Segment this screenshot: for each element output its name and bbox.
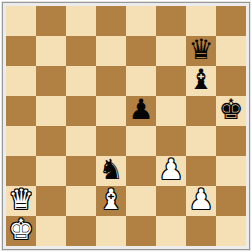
black-pawn[interactable]: ♟ bbox=[128, 96, 153, 125]
square-c5[interactable] bbox=[66, 96, 96, 126]
square-d3[interactable]: ♞ bbox=[96, 156, 126, 186]
square-d2[interactable]: ♝ bbox=[96, 186, 126, 216]
square-f1[interactable] bbox=[156, 216, 186, 246]
white-pawn[interactable]: ♟ bbox=[158, 156, 183, 185]
square-f2[interactable] bbox=[156, 186, 186, 216]
white-queen[interactable]: ♛ bbox=[8, 186, 33, 215]
square-f7[interactable] bbox=[156, 36, 186, 66]
square-g7[interactable]: ♛ bbox=[186, 36, 216, 66]
square-e1[interactable] bbox=[126, 216, 156, 246]
square-g4[interactable] bbox=[186, 126, 216, 156]
board-frame: ♛♝♟♚♞♟♛♝♟♚ bbox=[2, 2, 250, 250]
square-d1[interactable] bbox=[96, 216, 126, 246]
square-e5[interactable]: ♟ bbox=[126, 96, 156, 126]
square-h6[interactable] bbox=[216, 66, 246, 96]
square-h8[interactable] bbox=[216, 6, 246, 36]
square-a6[interactable] bbox=[6, 66, 36, 96]
black-knight[interactable]: ♞ bbox=[98, 156, 123, 185]
square-f5[interactable] bbox=[156, 96, 186, 126]
square-e8[interactable] bbox=[126, 6, 156, 36]
square-b5[interactable] bbox=[36, 96, 66, 126]
square-c3[interactable] bbox=[66, 156, 96, 186]
square-c2[interactable] bbox=[66, 186, 96, 216]
square-c6[interactable] bbox=[66, 66, 96, 96]
square-h4[interactable] bbox=[216, 126, 246, 156]
square-a4[interactable] bbox=[6, 126, 36, 156]
square-d6[interactable] bbox=[96, 66, 126, 96]
square-a5[interactable] bbox=[6, 96, 36, 126]
square-f8[interactable] bbox=[156, 6, 186, 36]
square-b1[interactable] bbox=[36, 216, 66, 246]
square-c8[interactable] bbox=[66, 6, 96, 36]
square-e2[interactable] bbox=[126, 186, 156, 216]
square-c1[interactable] bbox=[66, 216, 96, 246]
square-g2[interactable]: ♟ bbox=[186, 186, 216, 216]
square-c7[interactable] bbox=[66, 36, 96, 66]
black-queen[interactable]: ♛ bbox=[188, 36, 213, 65]
square-g8[interactable] bbox=[186, 6, 216, 36]
square-g5[interactable] bbox=[186, 96, 216, 126]
square-b8[interactable] bbox=[36, 6, 66, 36]
square-e7[interactable] bbox=[126, 36, 156, 66]
white-king[interactable]: ♚ bbox=[8, 216, 33, 245]
square-b7[interactable] bbox=[36, 36, 66, 66]
square-d8[interactable] bbox=[96, 6, 126, 36]
square-h3[interactable] bbox=[216, 156, 246, 186]
square-e3[interactable] bbox=[126, 156, 156, 186]
white-bishop[interactable]: ♝ bbox=[98, 186, 123, 215]
square-h2[interactable] bbox=[216, 186, 246, 216]
square-a2[interactable]: ♛ bbox=[6, 186, 36, 216]
square-b2[interactable] bbox=[36, 186, 66, 216]
black-king[interactable]: ♚ bbox=[218, 96, 243, 125]
square-d5[interactable] bbox=[96, 96, 126, 126]
square-g6[interactable]: ♝ bbox=[186, 66, 216, 96]
square-g3[interactable] bbox=[186, 156, 216, 186]
square-b3[interactable] bbox=[36, 156, 66, 186]
square-e6[interactable] bbox=[126, 66, 156, 96]
square-f6[interactable] bbox=[156, 66, 186, 96]
square-f3[interactable]: ♟ bbox=[156, 156, 186, 186]
white-pawn[interactable]: ♟ bbox=[188, 186, 213, 215]
square-h7[interactable] bbox=[216, 36, 246, 66]
square-f4[interactable] bbox=[156, 126, 186, 156]
black-bishop[interactable]: ♝ bbox=[188, 66, 213, 95]
square-a7[interactable] bbox=[6, 36, 36, 66]
square-h1[interactable] bbox=[216, 216, 246, 246]
square-d7[interactable] bbox=[96, 36, 126, 66]
chess-board: ♛♝♟♚♞♟♛♝♟♚ bbox=[6, 6, 246, 246]
square-h5[interactable]: ♚ bbox=[216, 96, 246, 126]
square-e4[interactable] bbox=[126, 126, 156, 156]
square-a8[interactable] bbox=[6, 6, 36, 36]
square-a1[interactable]: ♚ bbox=[6, 216, 36, 246]
square-c4[interactable] bbox=[66, 126, 96, 156]
square-d4[interactable] bbox=[96, 126, 126, 156]
chess-app-window: ♛♝♟♚♞♟♛♝♟♚ bbox=[0, 0, 252, 252]
square-a3[interactable] bbox=[6, 156, 36, 186]
square-b6[interactable] bbox=[36, 66, 66, 96]
square-g1[interactable] bbox=[186, 216, 216, 246]
square-b4[interactable] bbox=[36, 126, 66, 156]
